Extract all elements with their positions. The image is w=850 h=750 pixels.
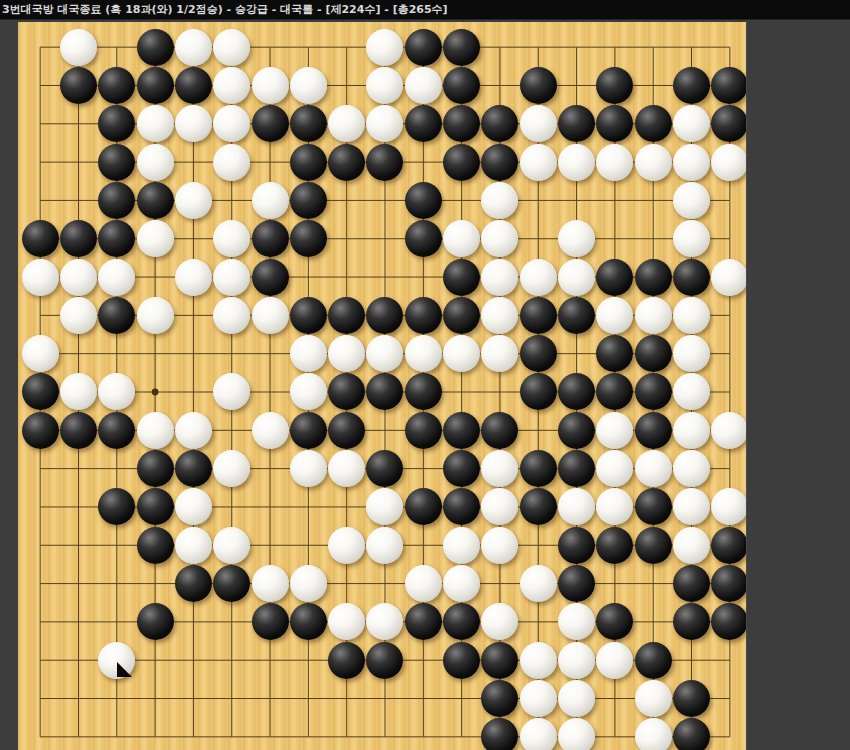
board-cell[interactable] (289, 679, 327, 717)
board-cell[interactable] (404, 335, 442, 373)
board-cell[interactable] (366, 718, 404, 750)
board-cell[interactable] (519, 449, 557, 487)
board-cell[interactable] (174, 296, 212, 334)
board-cell[interactable] (328, 603, 366, 641)
board-cell[interactable] (672, 603, 710, 641)
board-cell[interactable] (596, 411, 634, 449)
board-cell[interactable] (251, 526, 289, 564)
board-cell[interactable] (251, 411, 289, 449)
board-cell[interactable] (289, 488, 327, 526)
board-cell[interactable] (366, 105, 404, 143)
board-cell[interactable] (174, 679, 212, 717)
board-cell[interactable] (711, 526, 749, 564)
board-cell[interactable] (442, 488, 480, 526)
board-cell[interactable] (21, 28, 59, 66)
board-cell[interactable] (557, 296, 595, 334)
board-cell[interactable] (21, 603, 59, 641)
board-cell[interactable] (136, 679, 174, 717)
board-cell[interactable] (672, 258, 710, 296)
board-cell[interactable] (328, 143, 366, 181)
board-cell[interactable] (136, 718, 174, 750)
board-cell[interactable] (366, 296, 404, 334)
board-cell[interactable] (672, 449, 710, 487)
board-cell[interactable] (442, 66, 480, 104)
board-cell[interactable] (519, 296, 557, 334)
board-cell[interactable] (404, 373, 442, 411)
board-cell[interactable] (59, 105, 97, 143)
board-cell[interactable] (136, 66, 174, 104)
board-cell[interactable] (557, 28, 595, 66)
board-cell[interactable] (174, 335, 212, 373)
board-cell[interactable] (596, 526, 634, 564)
board-cell[interactable] (672, 335, 710, 373)
board-cell[interactable] (174, 220, 212, 258)
board-cell[interactable] (519, 641, 557, 679)
board-cell[interactable] (289, 449, 327, 487)
board-cell[interactable] (404, 488, 442, 526)
board-cell[interactable] (328, 488, 366, 526)
board-cell[interactable] (442, 220, 480, 258)
board-cell[interactable] (672, 143, 710, 181)
board-cell[interactable] (481, 28, 519, 66)
board-cell[interactable] (59, 28, 97, 66)
board-cell[interactable] (481, 373, 519, 411)
board-cell[interactable] (21, 143, 59, 181)
board-cell[interactable] (98, 603, 136, 641)
board-cell[interactable] (251, 143, 289, 181)
board-cell[interactable] (711, 105, 749, 143)
board-cell[interactable] (711, 220, 749, 258)
board-cell[interactable] (251, 258, 289, 296)
board-cell[interactable] (98, 220, 136, 258)
board-cell[interactable] (481, 411, 519, 449)
board-cell[interactable] (366, 564, 404, 602)
board-cell[interactable] (174, 258, 212, 296)
board-cell[interactable] (557, 449, 595, 487)
go-board[interactable] (18, 22, 746, 750)
board-cell[interactable] (519, 335, 557, 373)
board-cell[interactable] (21, 335, 59, 373)
board-cell[interactable] (442, 28, 480, 66)
board-cell[interactable] (213, 679, 251, 717)
board-cell[interactable] (213, 143, 251, 181)
board-cell[interactable] (634, 679, 672, 717)
board-cell[interactable] (442, 679, 480, 717)
board-cell[interactable] (404, 411, 442, 449)
board-cell[interactable] (98, 181, 136, 219)
board-cell[interactable] (59, 181, 97, 219)
board-cell[interactable] (59, 564, 97, 602)
board-cell[interactable] (136, 373, 174, 411)
board-cell[interactable] (672, 181, 710, 219)
board-cell[interactable] (672, 220, 710, 258)
board-cell[interactable] (21, 105, 59, 143)
board-cell[interactable] (634, 296, 672, 334)
board-cell[interactable] (289, 66, 327, 104)
board-cell[interactable] (251, 449, 289, 487)
board-cell[interactable] (98, 449, 136, 487)
board-cell[interactable] (366, 181, 404, 219)
board-cell[interactable] (251, 335, 289, 373)
board-cell[interactable] (557, 564, 595, 602)
board-cell[interactable] (519, 411, 557, 449)
board-cell[interactable] (289, 373, 327, 411)
board-cell[interactable] (481, 488, 519, 526)
board-cell[interactable] (557, 258, 595, 296)
board-cell[interactable] (59, 143, 97, 181)
board-cell[interactable] (59, 488, 97, 526)
board-cell[interactable] (634, 488, 672, 526)
board-cell[interactable] (98, 718, 136, 750)
board-cell[interactable] (328, 28, 366, 66)
board-cell[interactable] (366, 28, 404, 66)
board-cell[interactable] (136, 143, 174, 181)
board-cell[interactable] (59, 526, 97, 564)
board-cell[interactable] (519, 28, 557, 66)
board-cell[interactable] (672, 28, 710, 66)
board-cell[interactable] (634, 220, 672, 258)
board-cell[interactable] (21, 411, 59, 449)
board-cell[interactable] (59, 411, 97, 449)
board-cell[interactable] (481, 296, 519, 334)
board-cell[interactable] (672, 66, 710, 104)
board-cell[interactable] (59, 258, 97, 296)
board-cell[interactable] (59, 679, 97, 717)
board-cell[interactable] (213, 564, 251, 602)
board-cell[interactable] (519, 66, 557, 104)
board-cell[interactable] (711, 564, 749, 602)
board-cell[interactable] (289, 296, 327, 334)
board-cell[interactable] (481, 718, 519, 750)
board-cell[interactable] (634, 603, 672, 641)
board-cell[interactable] (672, 526, 710, 564)
board-cell[interactable] (596, 373, 634, 411)
board-cell[interactable] (174, 373, 212, 411)
board-cell[interactable] (442, 181, 480, 219)
board-cell[interactable] (596, 641, 634, 679)
board-cell[interactable] (213, 258, 251, 296)
board-cell[interactable] (366, 603, 404, 641)
board-cell[interactable] (519, 181, 557, 219)
board-cell[interactable] (442, 335, 480, 373)
board-cell[interactable] (21, 641, 59, 679)
board-cell[interactable] (442, 143, 480, 181)
board-cell[interactable] (251, 641, 289, 679)
board-cell[interactable] (213, 220, 251, 258)
board-cell[interactable] (711, 641, 749, 679)
board-cell[interactable] (328, 105, 366, 143)
board-cell[interactable] (404, 105, 442, 143)
board-cell[interactable] (557, 105, 595, 143)
board-cell[interactable] (366, 66, 404, 104)
board-cell[interactable] (174, 449, 212, 487)
board-cell[interactable] (596, 66, 634, 104)
board-cell[interactable] (328, 411, 366, 449)
board-cell[interactable] (21, 296, 59, 334)
board-cell[interactable] (21, 373, 59, 411)
board-cell[interactable] (251, 181, 289, 219)
board-cell[interactable] (634, 28, 672, 66)
board-cell[interactable] (557, 143, 595, 181)
board-cell[interactable] (672, 641, 710, 679)
board-cell[interactable] (557, 181, 595, 219)
board-cell[interactable] (366, 143, 404, 181)
board-cell[interactable] (251, 220, 289, 258)
board-cell[interactable] (557, 488, 595, 526)
board-cell[interactable] (59, 335, 97, 373)
board-cell[interactable] (481, 66, 519, 104)
board-cell[interactable] (251, 105, 289, 143)
board-cell[interactable] (59, 296, 97, 334)
board-cell[interactable] (174, 488, 212, 526)
board-cell[interactable] (442, 296, 480, 334)
board-cell[interactable] (711, 488, 749, 526)
board-cell[interactable] (213, 526, 251, 564)
board-cell[interactable] (596, 564, 634, 602)
board-cell[interactable] (328, 373, 366, 411)
board-cell[interactable] (519, 258, 557, 296)
board-cell[interactable] (634, 105, 672, 143)
board-cell[interactable] (289, 603, 327, 641)
board-cell[interactable] (404, 143, 442, 181)
board-cell[interactable] (251, 373, 289, 411)
board-cell[interactable] (634, 143, 672, 181)
board-cell[interactable] (136, 258, 174, 296)
board-cell[interactable] (328, 335, 366, 373)
board-cell[interactable] (366, 411, 404, 449)
board-cell[interactable] (404, 603, 442, 641)
board-cell[interactable] (481, 143, 519, 181)
board-cell[interactable] (634, 66, 672, 104)
board-cell[interactable] (136, 335, 174, 373)
board-cell[interactable] (711, 296, 749, 334)
board-cell[interactable] (328, 181, 366, 219)
board-cell[interactable] (289, 28, 327, 66)
board-cell[interactable] (634, 258, 672, 296)
board-cell[interactable] (519, 488, 557, 526)
board-cell[interactable] (213, 603, 251, 641)
board-cell[interactable] (98, 488, 136, 526)
board-cell[interactable] (442, 449, 480, 487)
board-cell[interactable] (98, 143, 136, 181)
board-cell[interactable] (21, 488, 59, 526)
board-cell[interactable] (672, 488, 710, 526)
board-cell[interactable] (174, 105, 212, 143)
board-cell[interactable] (519, 526, 557, 564)
board-cell[interactable] (174, 143, 212, 181)
board-cell[interactable] (289, 411, 327, 449)
board-cell[interactable] (442, 258, 480, 296)
board-cell[interactable] (557, 66, 595, 104)
board-cell[interactable] (213, 296, 251, 334)
board-cell[interactable] (213, 718, 251, 750)
board-cell[interactable] (711, 28, 749, 66)
board-cell[interactable] (711, 258, 749, 296)
board-cell[interactable] (404, 181, 442, 219)
board-cell[interactable] (136, 220, 174, 258)
board-cell[interactable] (251, 564, 289, 602)
board-cell[interactable] (98, 296, 136, 334)
board-cell[interactable] (596, 603, 634, 641)
board-cell[interactable] (634, 335, 672, 373)
board-cell[interactable] (174, 564, 212, 602)
board-cell[interactable] (213, 28, 251, 66)
board-cell[interactable] (557, 526, 595, 564)
board-cell[interactable] (136, 641, 174, 679)
board-cell[interactable] (404, 679, 442, 717)
board-cell[interactable] (557, 679, 595, 717)
board-cell[interactable] (289, 526, 327, 564)
board-cell[interactable] (596, 488, 634, 526)
board-cell[interactable] (136, 181, 174, 219)
board-cell[interactable] (59, 66, 97, 104)
board-cell[interactable] (21, 564, 59, 602)
board-cell[interactable] (596, 258, 634, 296)
board-cell[interactable] (519, 718, 557, 750)
board-cell[interactable] (366, 373, 404, 411)
board-cell[interactable] (328, 66, 366, 104)
board-cell[interactable] (596, 718, 634, 750)
board-intersections[interactable] (21, 28, 749, 750)
board-cell[interactable] (634, 449, 672, 487)
board-cell[interactable] (21, 66, 59, 104)
board-cell[interactable] (366, 220, 404, 258)
board-cell[interactable] (98, 526, 136, 564)
board-cell[interactable] (404, 449, 442, 487)
board-cell[interactable] (328, 679, 366, 717)
board-cell[interactable] (596, 296, 634, 334)
board-cell[interactable] (213, 373, 251, 411)
board-cell[interactable] (519, 679, 557, 717)
board-cell[interactable] (404, 296, 442, 334)
board-cell[interactable] (21, 526, 59, 564)
board-cell[interactable] (711, 449, 749, 487)
board-cell[interactable] (98, 335, 136, 373)
board-cell[interactable] (59, 718, 97, 750)
board-cell[interactable] (634, 373, 672, 411)
board-cell[interactable] (59, 220, 97, 258)
board-cell[interactable] (328, 641, 366, 679)
board-cell[interactable] (328, 718, 366, 750)
board-cell[interactable] (98, 66, 136, 104)
board-cell[interactable] (519, 373, 557, 411)
board-cell[interactable] (481, 526, 519, 564)
board-cell[interactable] (289, 335, 327, 373)
board-cell[interactable] (174, 718, 212, 750)
board-cell[interactable] (21, 181, 59, 219)
board-cell[interactable] (366, 258, 404, 296)
board-cell[interactable] (481, 641, 519, 679)
board-cell[interactable] (98, 641, 136, 679)
board-cell[interactable] (672, 296, 710, 334)
board-cell[interactable] (251, 66, 289, 104)
board-cell[interactable] (98, 258, 136, 296)
board-cell[interactable] (672, 411, 710, 449)
board-cell[interactable] (366, 641, 404, 679)
board-cell[interactable] (174, 641, 212, 679)
board-cell[interactable] (634, 411, 672, 449)
board-cell[interactable] (251, 603, 289, 641)
board-cell[interactable] (711, 603, 749, 641)
board-cell[interactable] (442, 641, 480, 679)
board-cell[interactable] (404, 66, 442, 104)
board-cell[interactable] (251, 488, 289, 526)
board-cell[interactable] (136, 28, 174, 66)
board-cell[interactable] (711, 411, 749, 449)
board-cell[interactable] (366, 679, 404, 717)
board-cell[interactable] (251, 28, 289, 66)
board-cell[interactable] (481, 603, 519, 641)
board-cell[interactable] (442, 373, 480, 411)
board-cell[interactable] (213, 411, 251, 449)
board-cell[interactable] (596, 335, 634, 373)
board-cell[interactable] (557, 641, 595, 679)
board-cell[interactable] (328, 258, 366, 296)
board-cell[interactable] (634, 526, 672, 564)
board-cell[interactable] (519, 564, 557, 602)
board-cell[interactable] (289, 718, 327, 750)
board-cell[interactable] (251, 718, 289, 750)
board-cell[interactable] (289, 258, 327, 296)
board-cell[interactable] (328, 449, 366, 487)
board-cell[interactable] (557, 603, 595, 641)
board-cell[interactable] (98, 411, 136, 449)
board-cell[interactable] (174, 603, 212, 641)
board-cell[interactable] (174, 526, 212, 564)
board-cell[interactable] (136, 449, 174, 487)
board-cell[interactable] (328, 526, 366, 564)
board-cell[interactable] (136, 488, 174, 526)
board-cell[interactable] (328, 564, 366, 602)
board-cell[interactable] (213, 105, 251, 143)
board-cell[interactable] (174, 28, 212, 66)
board-cell[interactable] (289, 105, 327, 143)
board-cell[interactable] (366, 488, 404, 526)
board-cell[interactable] (98, 564, 136, 602)
board-cell[interactable] (366, 526, 404, 564)
board-cell[interactable] (136, 526, 174, 564)
board-cell[interactable] (596, 143, 634, 181)
board-cell[interactable] (672, 564, 710, 602)
board-cell[interactable] (328, 296, 366, 334)
board-cell[interactable] (213, 641, 251, 679)
board-cell[interactable] (136, 603, 174, 641)
board-cell[interactable] (21, 258, 59, 296)
board-cell[interactable] (481, 679, 519, 717)
board-cell[interactable] (557, 220, 595, 258)
board-cell[interactable] (442, 718, 480, 750)
board-cell[interactable] (711, 679, 749, 717)
board-cell[interactable] (136, 564, 174, 602)
board-cell[interactable] (136, 105, 174, 143)
board-cell[interactable] (213, 335, 251, 373)
board-cell[interactable] (672, 679, 710, 717)
board-cell[interactable] (481, 564, 519, 602)
board-cell[interactable] (672, 105, 710, 143)
board-cell[interactable] (519, 105, 557, 143)
board-cell[interactable] (21, 220, 59, 258)
board-cell[interactable] (481, 335, 519, 373)
board-cell[interactable] (98, 105, 136, 143)
board-cell[interactable] (59, 373, 97, 411)
board-cell[interactable] (404, 718, 442, 750)
board-cell[interactable] (366, 449, 404, 487)
board-cell[interactable] (136, 411, 174, 449)
board-cell[interactable] (174, 181, 212, 219)
board-cell[interactable] (404, 28, 442, 66)
board-cell[interactable] (672, 718, 710, 750)
board-cell[interactable] (672, 373, 710, 411)
